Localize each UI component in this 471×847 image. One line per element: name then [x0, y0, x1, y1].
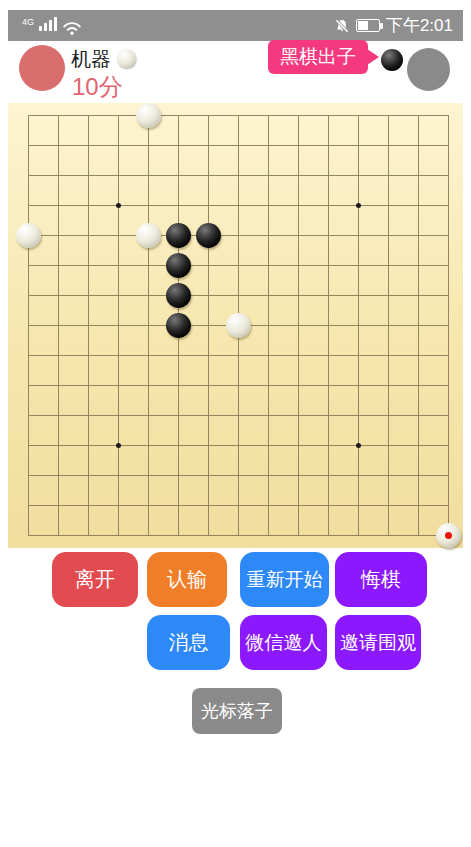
white-stone [436, 523, 461, 548]
white-stone [226, 313, 251, 338]
white-stone-icon [117, 49, 136, 68]
wechat-invite-button[interactable]: 微信邀人 [240, 615, 327, 670]
black-stone [166, 223, 191, 248]
restart-button[interactable]: 重新开始 [240, 552, 329, 607]
player-avatar [19, 45, 65, 91]
last-move-marker [445, 532, 452, 539]
wifi-icon [62, 20, 82, 36]
white-stone [136, 103, 161, 128]
player-name: 机器 [71, 46, 111, 73]
bubble-arrow [367, 49, 379, 65]
black-stone [166, 253, 191, 278]
app-screen: 4G 下午2:01 机器 10分 黑棋出子 [0, 0, 471, 847]
white-stone [136, 223, 161, 248]
opponent-avatar [407, 48, 450, 91]
status-left: 4G [22, 16, 82, 36]
invite-spectators-button[interactable]: 邀请围观 [335, 615, 421, 670]
stone-layer[interactable] [14, 101, 464, 551]
bell-muted-icon [334, 18, 350, 34]
turn-indicator-bubble: 黑棋出子 [268, 40, 368, 74]
undo-move-button[interactable]: 悔棋 [335, 552, 427, 607]
message-button[interactable]: 消息 [147, 615, 230, 670]
leave-button[interactable]: 离开 [52, 552, 138, 607]
black-stone [196, 223, 221, 248]
status-right: 下午2:01 [334, 14, 453, 37]
clock-time: 下午2:01 [386, 14, 453, 37]
black-stone [166, 313, 191, 338]
player-score: 10分 [72, 71, 123, 103]
signal-bars-icon [39, 16, 57, 31]
resign-button[interactable]: 认输 [147, 552, 227, 607]
white-stone [16, 223, 41, 248]
network-type-label: 4G [22, 18, 34, 27]
status-bar: 4G 下午2:01 [8, 10, 463, 41]
black-stone-icon [381, 49, 403, 71]
cursor-place-button[interactable]: 光标落子 [192, 688, 282, 734]
battery-icon [356, 19, 380, 32]
game-board [8, 103, 463, 548]
black-stone [166, 283, 191, 308]
